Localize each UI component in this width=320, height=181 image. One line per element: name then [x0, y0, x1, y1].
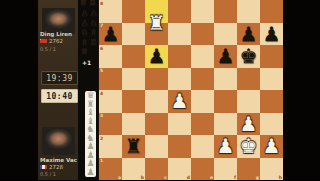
file-label-f: f: [234, 175, 236, 180]
piece-black-pawn-a7[interactable]: ♟: [99, 23, 122, 46]
file-label-g: g: [256, 175, 259, 180]
captured-piece-icon: ♞: [89, 19, 98, 29]
clock-bottom-player: 10:40: [41, 89, 78, 103]
rank-label-1: 1: [100, 158, 103, 163]
bottom-player-rating: 2728: [49, 164, 63, 170]
rank-label-6: 6: [100, 46, 103, 51]
avatar-bottom-player: [42, 127, 75, 155]
board-square-b8[interactable]: [122, 0, 145, 23]
captured-piece-icon: ♛: [80, 47, 89, 57]
board-square-f4[interactable]: [214, 90, 237, 113]
board-square-f1[interactable]: f: [214, 158, 237, 181]
file-label-d: d: [187, 175, 190, 180]
board-square-d3[interactable]: [168, 113, 191, 136]
captured-piece-icon: ♝: [80, 38, 89, 48]
captured-piece-icon: ♟: [89, 9, 98, 19]
rank-label-3: 3: [100, 113, 103, 118]
file-label-e: e: [210, 175, 213, 180]
file-label-b: b: [141, 175, 144, 180]
board-square-g4[interactable]: [237, 90, 260, 113]
piece-black-pawn-g7[interactable]: ♟: [237, 23, 260, 46]
broadcast-stage: Ding Liren 2762 0.5 / 1 19:39 10:40 Maxi…: [0, 0, 320, 180]
flag-icon-bottom: [40, 165, 47, 169]
bottom-player-score: 0.5 / 1: [40, 171, 56, 177]
board-square-e1[interactable]: e: [191, 158, 214, 181]
top-player-rating: 2762: [49, 38, 63, 44]
captured-black-pieces-stack: ♟♟♟♞♞♝♝♜♛: [80, 9, 98, 57]
board-square-c3[interactable]: [145, 113, 168, 136]
board-square-f8[interactable]: [214, 0, 237, 23]
board-square-e3[interactable]: [191, 113, 214, 136]
piece-white-rook-c7[interactable]: ♜: [145, 12, 168, 35]
top-player-score: 0.5 / 1: [40, 46, 56, 52]
board-square-d6[interactable]: [168, 45, 191, 68]
material-advantage-badge: +1: [82, 59, 91, 66]
chess-board: 87654321abcdefgh ♜♟♟♟♟♟♚♟♟♟♚♟♜: [98, 0, 283, 180]
board-square-h4[interactable]: [260, 90, 283, 113]
board-square-h8[interactable]: [260, 0, 283, 23]
bottom-player-meta: 2728: [40, 164, 77, 170]
captured-piece-icon: ♟: [80, 9, 89, 19]
board-square-f7[interactable]: [214, 23, 237, 46]
clock-top-player: 19:39: [41, 71, 78, 85]
piece-white-pawn-g3[interactable]: ♟: [237, 113, 260, 136]
board-square-c2[interactable]: [145, 135, 168, 158]
board-square-g1[interactable]: g: [237, 158, 260, 181]
board-square-h1[interactable]: h: [260, 158, 283, 181]
board-square-e2[interactable]: [191, 135, 214, 158]
board-square-a6[interactable]: 6: [99, 45, 122, 68]
rank-label-2: 2: [100, 136, 103, 141]
board-square-d8[interactable]: [168, 0, 191, 23]
board-square-d5[interactable]: [168, 68, 191, 91]
file-label-c: c: [164, 175, 167, 180]
board-square-d2[interactable]: [168, 135, 191, 158]
board-square-a1[interactable]: 1a: [99, 158, 122, 181]
board-square-b3[interactable]: [122, 113, 145, 136]
top-player-meta: 2762: [40, 38, 77, 44]
top-player-name: Ding Liren: [40, 31, 77, 37]
rank-label-5: 5: [100, 68, 103, 73]
board-square-f3[interactable]: [214, 113, 237, 136]
file-label-a: a: [118, 175, 121, 180]
board-square-d7[interactable]: [168, 23, 191, 46]
board-square-c4[interactable]: [145, 90, 168, 113]
board-square-f5[interactable]: [214, 68, 237, 91]
board-square-a5[interactable]: 5: [99, 68, 122, 91]
bottom-player-name: Maxime Vachi…: [40, 157, 77, 163]
file-label-h: h: [279, 175, 282, 180]
board-square-a4[interactable]: 4: [99, 90, 122, 113]
board-square-b4[interactable]: [122, 90, 145, 113]
board-square-b7[interactable]: [122, 23, 145, 46]
piece-black-pawn-h7[interactable]: ♟: [260, 23, 283, 46]
board-square-h3[interactable]: [260, 113, 283, 136]
board-square-e4[interactable]: [191, 90, 214, 113]
piece-white-pawn-f2[interactable]: ♟: [214, 135, 237, 158]
board-square-b5[interactable]: [122, 68, 145, 91]
captured-piece-icon: ♜: [89, 38, 98, 48]
piece-black-pawn-f6[interactable]: ♟: [214, 45, 237, 68]
captured-piece-icon: ♝: [89, 28, 98, 38]
board-square-h6[interactable]: [260, 45, 283, 68]
captured-piece-icon: ♟: [80, 19, 89, 29]
captured-piece-icon: ♞: [80, 28, 89, 38]
rank-label-4: 4: [100, 91, 103, 96]
board-square-g5[interactable]: [237, 68, 260, 91]
board-square-a8[interactable]: 8: [99, 0, 122, 23]
board-square-b1[interactable]: b: [122, 158, 145, 181]
board-square-h5[interactable]: [260, 68, 283, 91]
board-square-e7[interactable]: [191, 23, 214, 46]
flag-icon-top: [40, 39, 47, 43]
piece-black-pawn-c6[interactable]: ♟: [145, 45, 168, 68]
piece-black-rook-b2[interactable]: ♜: [122, 135, 145, 158]
rank-label-8: 8: [100, 1, 103, 6]
board-square-a3[interactable]: 3: [99, 113, 122, 136]
board-square-e8[interactable]: [191, 0, 214, 23]
board-square-g8[interactable]: [237, 0, 260, 23]
captured-piece-icon: ♟: [86, 168, 94, 177]
piece-black-king-g6[interactable]: ♚: [237, 45, 260, 68]
captured-piece-icon: ♜: [88, 0, 97, 7]
board-square-a2[interactable]: 2: [99, 135, 122, 158]
board-square-b6[interactable]: [122, 45, 145, 68]
piece-white-pawn-h2[interactable]: ♟: [260, 135, 283, 158]
board-square-d1[interactable]: d: [168, 158, 191, 181]
piece-white-pawn-d4[interactable]: ♟: [168, 90, 191, 113]
board-square-c5[interactable]: [145, 68, 168, 91]
board-square-e5[interactable]: [191, 68, 214, 91]
captured-white-pieces-bar: ♛♜♝♝♞♞♟♟♟♟: [85, 91, 96, 177]
piece-white-king-g2[interactable]: ♚: [237, 135, 260, 158]
board-square-e6[interactable]: [191, 45, 214, 68]
board-square-c1[interactable]: c: [145, 158, 168, 181]
captured-piece-icon: ♛: [79, 0, 88, 7]
